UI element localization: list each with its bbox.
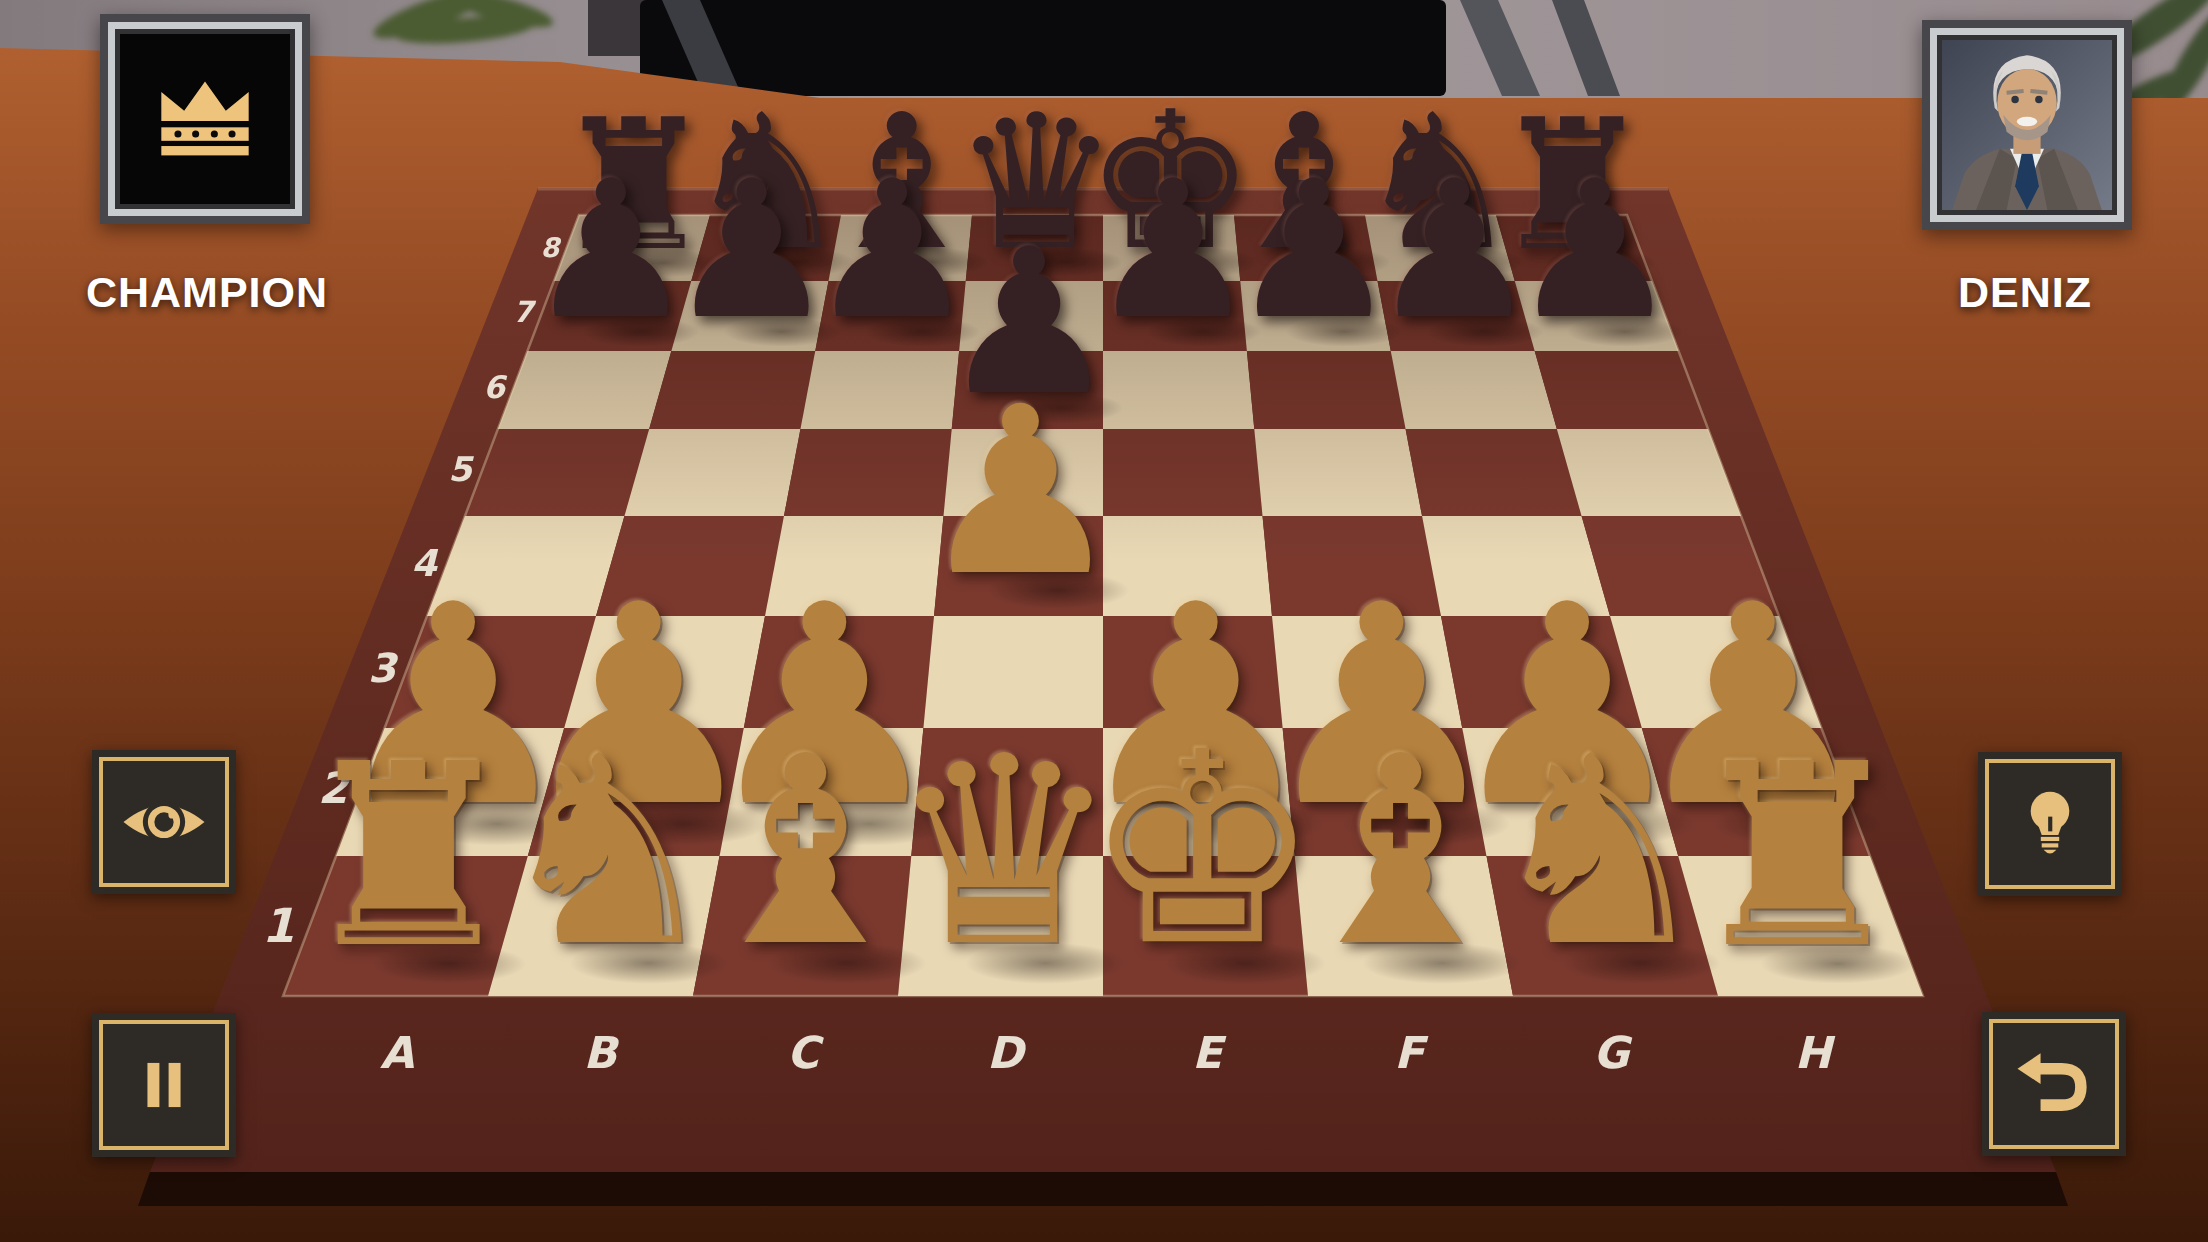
right-player-name: DENIZ xyxy=(1845,268,2205,317)
hint-button[interactable] xyxy=(1978,752,2122,896)
piece-white-rook-h1[interactable]: ♜ xyxy=(1684,737,1910,976)
avatar-core xyxy=(120,34,290,204)
avatar-silver-frame xyxy=(1930,28,2124,222)
pause-icon xyxy=(118,1039,210,1131)
left-player-name: CHAMPION xyxy=(27,268,387,317)
undo-button[interactable] xyxy=(1982,1012,2126,1156)
player-photo xyxy=(1942,40,2112,210)
game-screen: 87654321ABCDEFGH ♜♞♝♛♚♝♞♜♟♟♟♟♟♟♟♟♟♟♟♟♟♟♟… xyxy=(0,0,2208,1242)
piece-layer: ♜♞♝♛♚♝♞♜♟♟♟♟♟♟♟♟♟♟♟♟♟♟♟♟♜♞♝♛♚♝♞♜ xyxy=(0,0,2208,1242)
eye-icon xyxy=(118,776,210,868)
left-player-avatar xyxy=(100,14,310,224)
lightbulb-icon xyxy=(2004,778,2096,870)
piece-white-knight-g1[interactable]: ♞ xyxy=(1482,729,1715,976)
undo-arrow-icon xyxy=(2006,1036,2102,1132)
avatar-inner-frame xyxy=(1937,35,2117,215)
piece-black-pawn-h7[interactable]: ♟ xyxy=(1510,161,1680,342)
crown-icon xyxy=(153,79,257,159)
pause-button[interactable] xyxy=(92,1013,236,1157)
view-button[interactable] xyxy=(92,750,236,894)
piece-white-rook-a1[interactable]: ♜ xyxy=(296,737,522,976)
avatar-inner-frame xyxy=(115,29,295,209)
avatar-core xyxy=(1942,40,2112,210)
avatar-silver-frame xyxy=(108,22,302,216)
right-player-avatar xyxy=(1922,20,2132,230)
